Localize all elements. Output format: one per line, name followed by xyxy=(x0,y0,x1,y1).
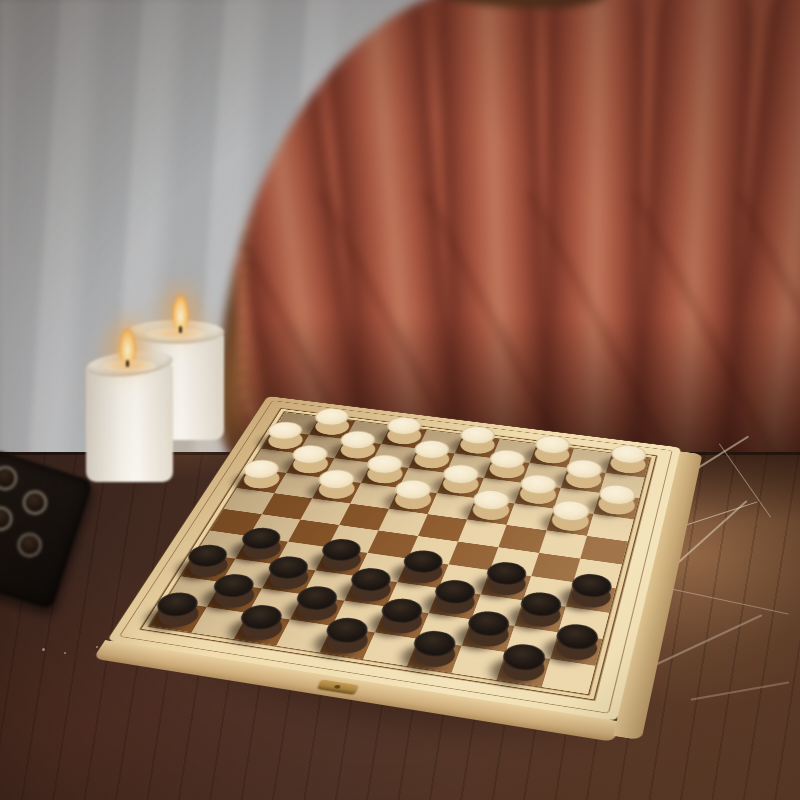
piece-light[interactable] xyxy=(609,455,648,477)
piece-dark[interactable] xyxy=(237,615,286,644)
piece-dark[interactable] xyxy=(569,584,613,611)
candle-wick xyxy=(179,326,182,333)
photo-scene xyxy=(0,0,800,800)
piece-dark[interactable] xyxy=(500,654,547,684)
melted-wax xyxy=(146,328,204,340)
candle-flame xyxy=(119,328,136,364)
piece-dark[interactable] xyxy=(323,628,372,657)
piece-dark[interactable] xyxy=(553,634,599,664)
piece-dark[interactable] xyxy=(465,621,512,650)
piece-dark[interactable] xyxy=(518,602,563,630)
candle-flame xyxy=(172,294,189,330)
piece-light[interactable] xyxy=(240,470,284,492)
latch-pin-icon xyxy=(333,685,340,689)
piece-dark[interactable] xyxy=(348,578,394,605)
piece-light[interactable] xyxy=(549,510,590,534)
brass-latch xyxy=(317,679,358,694)
cell-r4c9[interactable] xyxy=(580,536,628,564)
candle-wick xyxy=(126,360,129,367)
cell-r2c9[interactable] xyxy=(594,493,640,519)
piece-dark[interactable] xyxy=(432,590,478,617)
pillar-candle-front xyxy=(86,362,173,482)
cell-r4c4[interactable] xyxy=(378,509,427,536)
piece-light[interactable] xyxy=(392,490,434,513)
piece-dark[interactable] xyxy=(410,641,458,671)
piece-dark[interactable] xyxy=(400,560,445,586)
piece-dark[interactable] xyxy=(484,572,528,599)
cell-r8c9[interactable] xyxy=(550,632,602,666)
piece-dark[interactable] xyxy=(378,609,425,637)
